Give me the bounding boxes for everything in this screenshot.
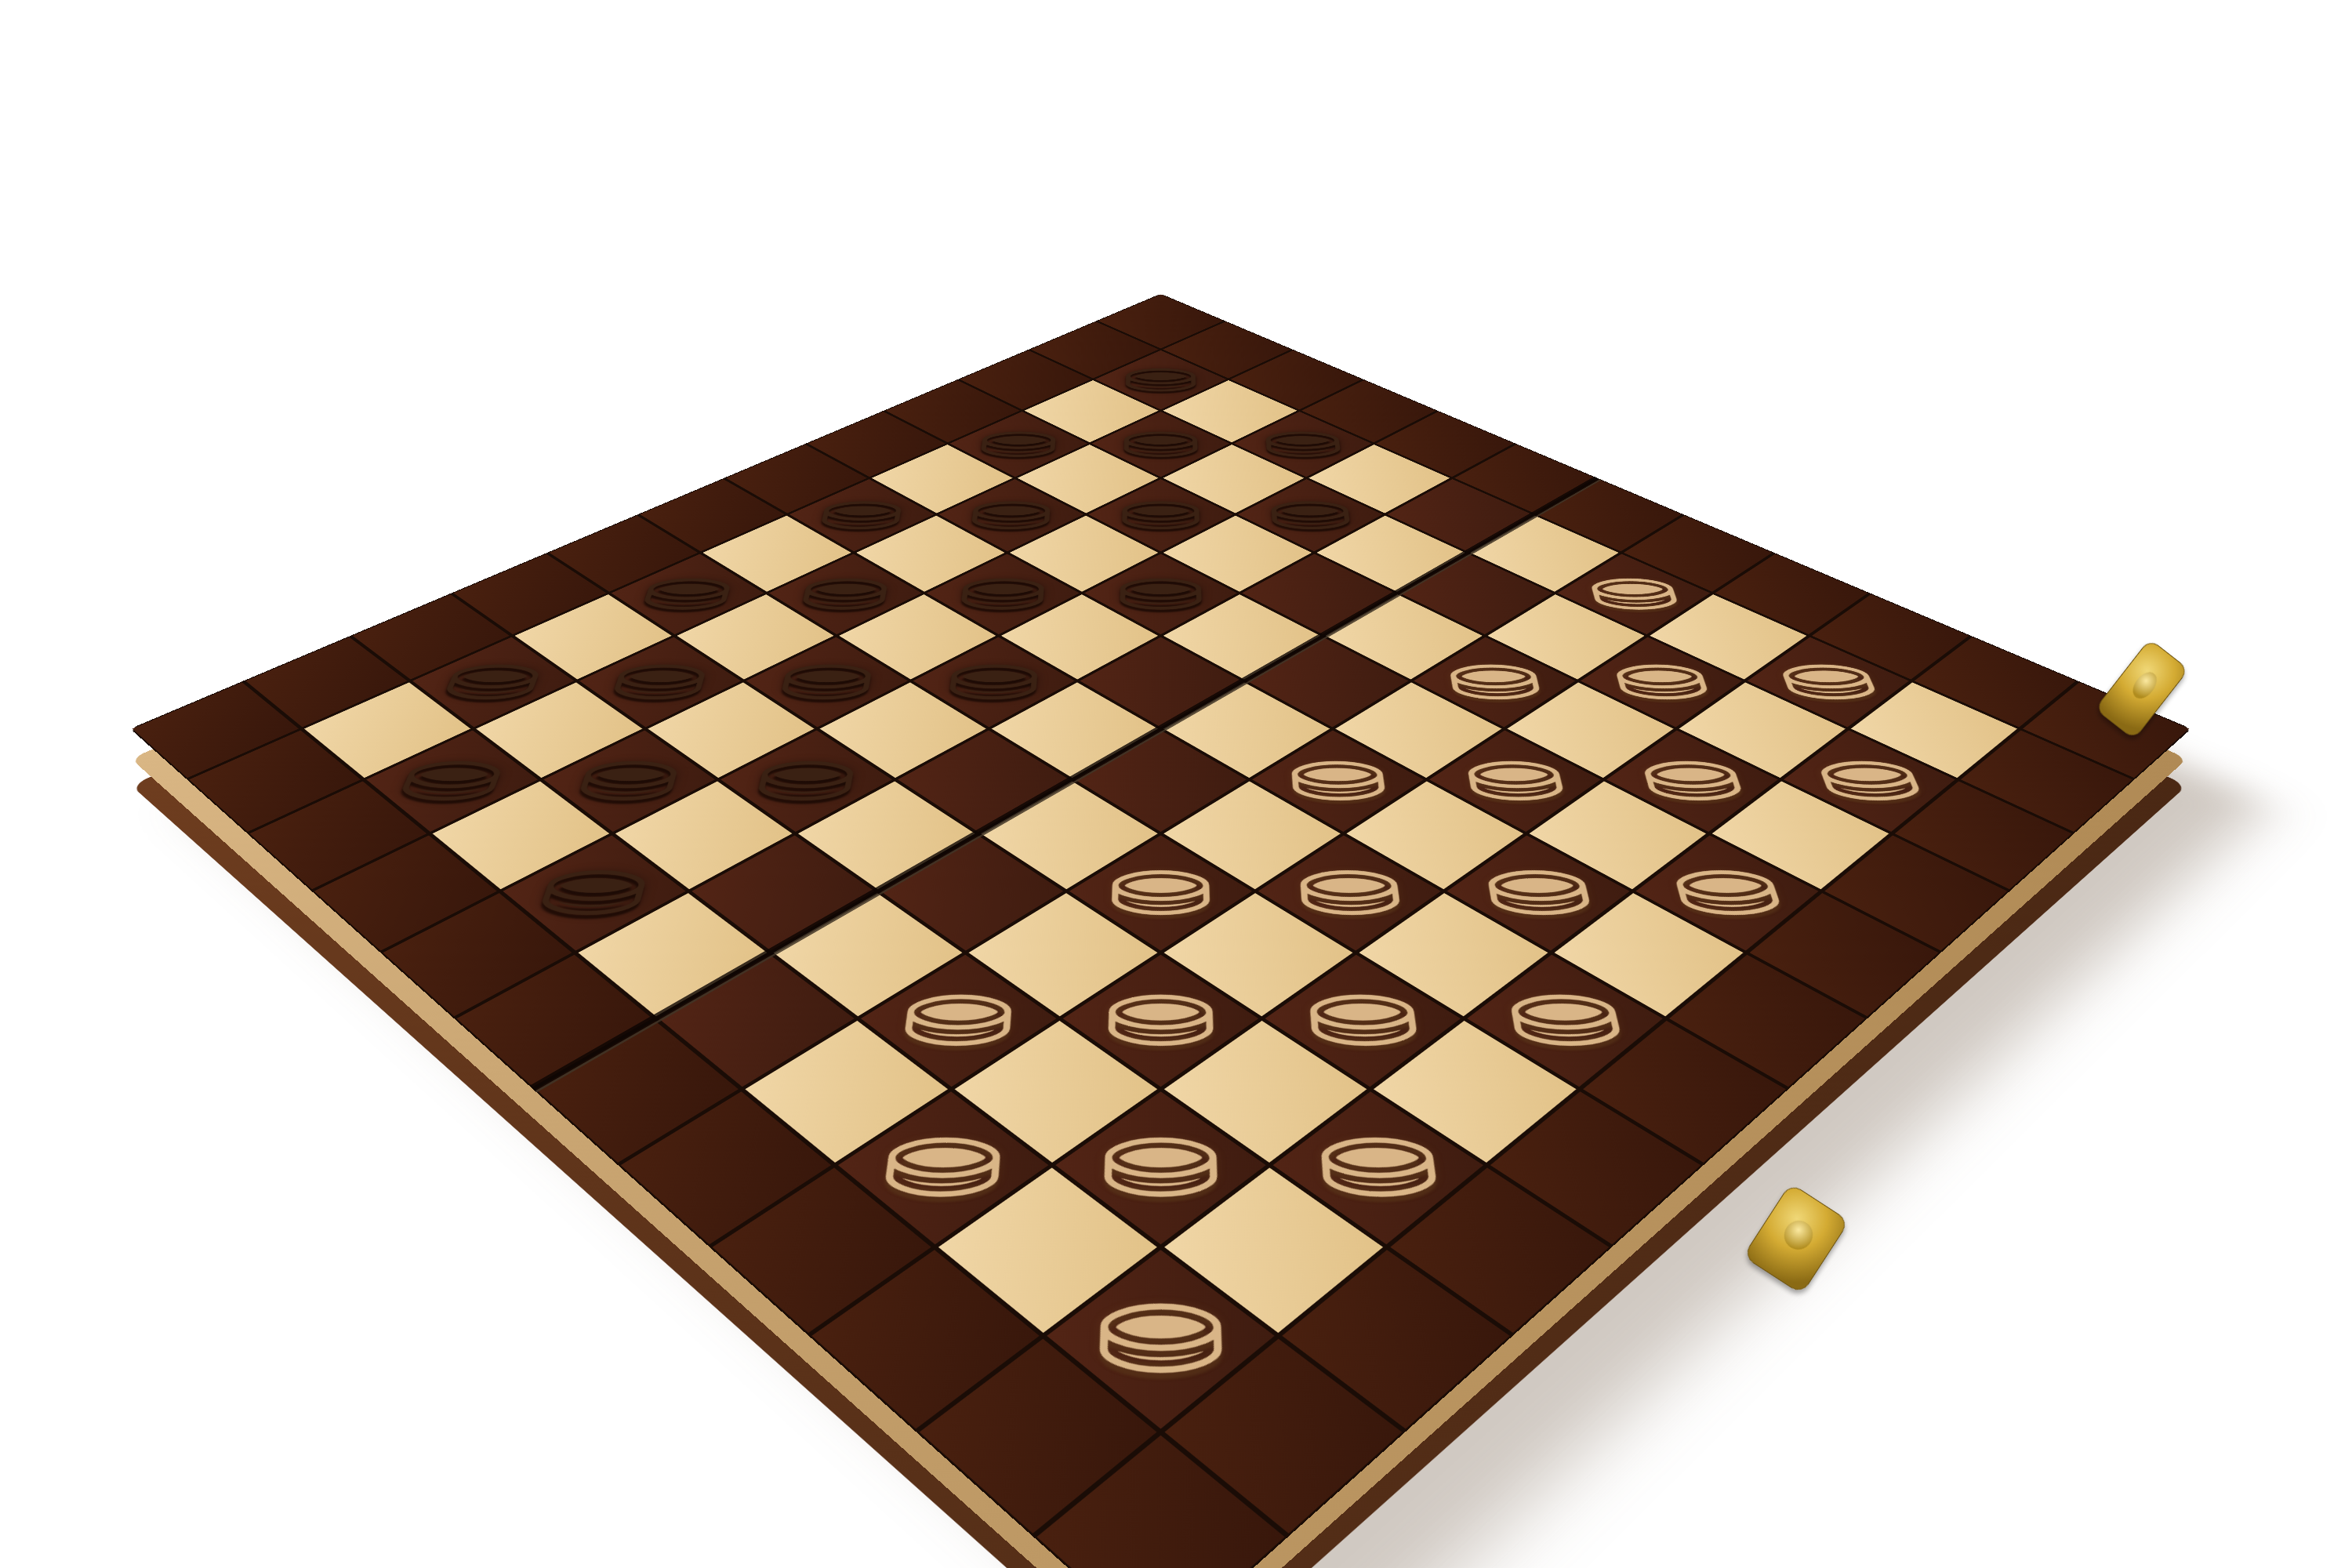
brass-clasp-knob [1779, 1215, 1818, 1255]
dark-piece[interactable]: ⛂ [933, 647, 1054, 710]
dark-piece[interactable]: ⛂ [785, 562, 904, 619]
light-piece[interactable]: ⛂ [884, 968, 1031, 1061]
brass-hinge-knob [2128, 668, 2161, 703]
brass-clasp [1743, 1183, 1849, 1295]
light-piece[interactable]: ⛂ [862, 1107, 1022, 1214]
product-photo-stage: ⛂⛂⛂⛂⛂⛂⛂⛂⛂⛂⛂⛂⛂⛂⛂⛂⛂⛂⛂⛂⛂⛂⛂⛂⛂⛂⛂⛂⛂⛂⛂⛂⛂⛂⛂⛂⛂⛂⛂⛂ [0, 0, 2352, 1568]
dark-piece[interactable]: ⛂ [967, 419, 1069, 465]
dark-piece[interactable]: ⛂ [946, 562, 1059, 619]
draughts-board: ⛂⛂⛂⛂⛂⛂⛂⛂⛂⛂⛂⛂⛂⛂⛂⛂⛂⛂⛂⛂⛂⛂⛂⛂⛂⛂⛂⛂⛂⛂⛂⛂⛂⛂⛂⛂⛂⛂⛂⛂ [130, 294, 2191, 1568]
dark-piece[interactable]: ⛂ [956, 487, 1064, 538]
dark-piece[interactable]: ⛂ [805, 487, 918, 538]
dark-piece[interactable]: ⛂ [738, 741, 873, 812]
dark-piece[interactable]: ⛂ [763, 647, 890, 710]
